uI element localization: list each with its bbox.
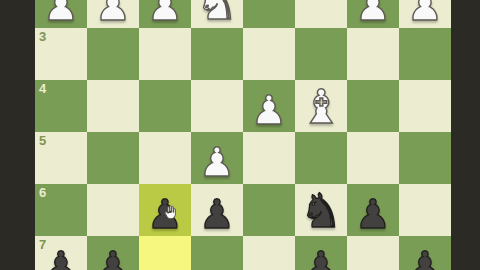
- square-h5[interactable]: 5: [35, 132, 87, 184]
- square-g7[interactable]: ♟: [87, 236, 139, 270]
- square-d6[interactable]: [243, 184, 295, 236]
- rank-label-5: 5: [39, 134, 46, 148]
- piece-black-pawn-e6[interactable]: ♟: [191, 184, 243, 240]
- square-e5[interactable]: ♟: [191, 132, 243, 184]
- square-d7[interactable]: [243, 236, 295, 270]
- square-b4[interactable]: [347, 80, 399, 132]
- square-h6[interactable]: 6: [35, 184, 87, 236]
- piece-black-knight-c6[interactable]: ♞: [295, 184, 347, 236]
- piece-black-pawn-a7[interactable]: ♟: [399, 236, 451, 270]
- piece-black-pawn-b6[interactable]: ♟: [347, 184, 399, 240]
- rank-label-3: 3: [39, 30, 46, 44]
- square-c7[interactable]: ♟: [295, 236, 347, 270]
- square-f7[interactable]: [139, 236, 191, 270]
- square-h3[interactable]: 3: [35, 28, 87, 80]
- square-b7[interactable]: [347, 236, 399, 270]
- rank-label-6: 6: [39, 186, 46, 200]
- square-b3[interactable]: [347, 28, 399, 80]
- square-h4[interactable]: 4: [35, 80, 87, 132]
- square-d5[interactable]: [243, 132, 295, 184]
- piece-white-pawn-d4[interactable]: ♟: [243, 80, 295, 136]
- square-a5[interactable]: [399, 132, 451, 184]
- square-f2[interactable]: ♟: [139, 0, 191, 28]
- square-c2[interactable]: [295, 0, 347, 28]
- piece-black-pawn-g7[interactable]: ♟: [87, 236, 139, 270]
- square-a6[interactable]: [399, 184, 451, 236]
- square-c6[interactable]: ♞: [295, 184, 347, 236]
- square-f4[interactable]: [139, 80, 191, 132]
- square-d4[interactable]: ♟: [243, 80, 295, 132]
- piece-white-knight-e2[interactable]: ♞: [191, 0, 243, 28]
- square-h7[interactable]: 7♟: [35, 236, 87, 270]
- square-e6[interactable]: ♟: [191, 184, 243, 236]
- piece-black-pawn-f6[interactable]: ♟: [139, 184, 191, 240]
- square-g6[interactable]: [87, 184, 139, 236]
- square-a3[interactable]: [399, 28, 451, 80]
- square-g4[interactable]: [87, 80, 139, 132]
- piece-white-pawn-e5[interactable]: ♟: [191, 132, 243, 188]
- square-b5[interactable]: [347, 132, 399, 184]
- square-h2[interactable]: ♟: [35, 0, 87, 28]
- square-a7[interactable]: ♟: [399, 236, 451, 270]
- square-d2[interactable]: [243, 0, 295, 28]
- piece-black-pawn-c7[interactable]: ♟: [295, 236, 347, 270]
- chess-app-viewport: ♟♟♟♞♟♟34♟♝5♟6♟♟♞♟7♟♟♟♟: [0, 0, 480, 270]
- square-f6[interactable]: ♟: [139, 184, 191, 236]
- square-c3[interactable]: [295, 28, 347, 80]
- square-b6[interactable]: ♟: [347, 184, 399, 236]
- piece-white-bishop-c4[interactable]: ♝: [295, 80, 347, 132]
- square-d3[interactable]: [243, 28, 295, 80]
- square-c5[interactable]: [295, 132, 347, 184]
- square-f5[interactable]: [139, 132, 191, 184]
- square-c4[interactable]: ♝: [295, 80, 347, 132]
- square-f3[interactable]: [139, 28, 191, 80]
- square-g3[interactable]: [87, 28, 139, 80]
- square-e2[interactable]: ♞: [191, 0, 243, 28]
- square-e7[interactable]: [191, 236, 243, 270]
- square-b2[interactable]: ♟: [347, 0, 399, 28]
- square-g2[interactable]: ♟: [87, 0, 139, 28]
- square-e4[interactable]: [191, 80, 243, 132]
- square-a4[interactable]: [399, 80, 451, 132]
- square-a2[interactable]: ♟: [399, 0, 451, 28]
- chess-board[interactable]: ♟♟♟♞♟♟34♟♝5♟6♟♟♞♟7♟♟♟♟: [35, 0, 451, 270]
- square-g5[interactable]: [87, 132, 139, 184]
- square-e3[interactable]: [191, 28, 243, 80]
- rank-label-4: 4: [39, 82, 46, 96]
- rank-label-7: 7: [39, 238, 46, 252]
